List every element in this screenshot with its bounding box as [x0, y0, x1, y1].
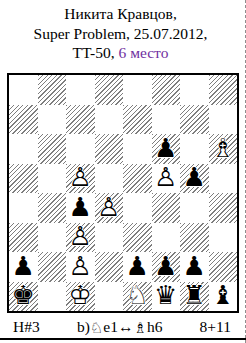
author-line: Никита Кравцов, — [0, 4, 241, 24]
square-b2[interactable] — [38, 252, 67, 282]
square-c4[interactable]: ♟ — [66, 193, 95, 223]
black-king-icon: ♚ — [12, 282, 35, 308]
piece-black-pawn: ♟ — [180, 252, 209, 282]
square-b7[interactable] — [38, 105, 67, 135]
square-d2[interactable] — [95, 252, 124, 282]
square-c5[interactable]: ♟♙ — [66, 164, 95, 194]
white-pawn-icon: ♙ — [154, 164, 177, 190]
square-a1[interactable]: ♚ — [9, 282, 38, 312]
white-pawn-icon: ♙ — [69, 253, 92, 279]
square-f5[interactable]: ♟♙ — [152, 164, 181, 194]
black-queen-icon: ♛ — [154, 282, 177, 308]
white-king-icon: ♔ — [69, 282, 92, 308]
piece-white-pawn: ♟♙ — [152, 164, 181, 194]
black-pawn-icon: ♟ — [154, 253, 177, 279]
black-pawn-icon: ♟ — [183, 253, 206, 279]
square-d5[interactable] — [95, 164, 124, 194]
square-d3[interactable] — [95, 223, 124, 253]
square-h5[interactable] — [209, 164, 238, 194]
black-pawn-icon: ♟ — [183, 164, 206, 190]
chessboard: ♟♝♗♟♙♟♙♟♟♟♙♟♙♟♟♙♟♟♟♚♚♔♞♘♛♜♝ — [7, 73, 239, 313]
square-a6[interactable] — [9, 134, 38, 164]
square-e8[interactable] — [123, 75, 152, 105]
white-pawn-icon: ♙ — [97, 194, 120, 220]
problem-header: Никита Кравцов, Super Problem, 25.07.201… — [0, 4, 241, 63]
twin-to-square: h6 — [147, 317, 163, 337]
square-a4[interactable] — [9, 193, 38, 223]
square-g1[interactable]: ♜ — [180, 282, 209, 312]
square-h2[interactable] — [209, 252, 238, 282]
piece-white-pawn: ♟♙ — [66, 164, 95, 194]
square-g3[interactable] — [180, 223, 209, 253]
swap-arrow-icon: ↔ — [118, 317, 134, 337]
square-d7[interactable] — [95, 105, 124, 135]
black-pawn-icon: ♟ — [154, 135, 177, 161]
piece-white-pawn: ♟♙ — [66, 223, 95, 253]
square-c1[interactable]: ♚♔ — [66, 282, 95, 312]
square-a8[interactable] — [9, 75, 38, 105]
square-f1[interactable]: ♛ — [152, 282, 181, 312]
piece-black-bishop: ♝ — [209, 282, 238, 312]
piece-black-pawn: ♟ — [9, 252, 38, 282]
square-b6[interactable] — [38, 134, 67, 164]
square-g2[interactable]: ♟ — [180, 252, 209, 282]
piece-white-pawn: ♟♙ — [95, 193, 124, 223]
twin-condition: b)♘e1↔♗h6 — [77, 317, 162, 337]
square-e4[interactable] — [123, 193, 152, 223]
material-count: 8+11 — [200, 317, 231, 337]
square-c8[interactable] — [66, 75, 95, 105]
piece-black-pawn: ♟ — [152, 252, 181, 282]
square-a7[interactable] — [9, 105, 38, 135]
white-knight-icon: ♘ — [126, 282, 149, 308]
square-b3[interactable] — [38, 223, 67, 253]
square-b8[interactable] — [38, 75, 67, 105]
piece-black-rook: ♜ — [180, 282, 209, 312]
stipulation: H#3 — [13, 317, 40, 337]
square-d4[interactable]: ♟♙ — [95, 193, 124, 223]
tourney-line: TT-50, 6 место — [0, 43, 241, 63]
black-rook-icon: ♜ — [183, 282, 206, 308]
placement-accent: 6 место — [119, 44, 169, 61]
twin-from-square: e1 — [103, 317, 118, 337]
tourney-name: TT-50, — [73, 44, 119, 61]
square-f6[interactable]: ♟ — [152, 134, 181, 164]
black-pawn-icon: ♟ — [12, 253, 35, 279]
source-line: Super Problem, 25.07.2012, — [0, 24, 241, 44]
square-c7[interactable] — [66, 105, 95, 135]
square-g8[interactable] — [180, 75, 209, 105]
square-g4[interactable] — [180, 193, 209, 223]
square-f8[interactable] — [152, 75, 181, 105]
black-bishop-icon: ♝ — [211, 282, 234, 308]
piece-black-pawn: ♟ — [180, 164, 209, 194]
square-e5[interactable] — [123, 164, 152, 194]
stipulation-caption: H#3 b)♘e1↔♗h6 8+11 — [0, 317, 239, 337]
square-h3[interactable] — [209, 223, 238, 253]
square-c6[interactable] — [66, 134, 95, 164]
square-e2[interactable]: ♟ — [123, 252, 152, 282]
square-g6[interactable] — [180, 134, 209, 164]
square-h6[interactable]: ♝♗ — [209, 134, 238, 164]
piece-white-bishop: ♝♗ — [209, 134, 238, 164]
square-a2[interactable]: ♟ — [9, 252, 38, 282]
square-e7[interactable] — [123, 105, 152, 135]
square-f3[interactable] — [152, 223, 181, 253]
black-pawn-icon: ♟ — [126, 253, 149, 279]
piece-black-pawn: ♟ — [152, 134, 181, 164]
white-bishop-icon: ♗ — [211, 135, 234, 161]
piece-white-king: ♚♔ — [66, 282, 95, 312]
square-a3[interactable] — [9, 223, 38, 253]
square-f4[interactable] — [152, 193, 181, 223]
square-b5[interactable] — [38, 164, 67, 194]
square-h4[interactable] — [209, 193, 238, 223]
square-e3[interactable] — [123, 223, 152, 253]
square-d8[interactable] — [95, 75, 124, 105]
square-e1[interactable]: ♞♘ — [123, 282, 152, 312]
square-b4[interactable] — [38, 193, 67, 223]
square-h1[interactable]: ♝ — [209, 282, 238, 312]
square-g7[interactable] — [180, 105, 209, 135]
square-a5[interactable] — [9, 164, 38, 194]
twin-prefix: b) — [77, 317, 90, 337]
piece-black-pawn: ♟ — [123, 252, 152, 282]
piece-black-king: ♚ — [9, 282, 38, 312]
square-g5[interactable]: ♟ — [180, 164, 209, 194]
square-h7[interactable] — [209, 105, 238, 135]
square-e6[interactable] — [123, 134, 152, 164]
square-c3[interactable]: ♟♙ — [66, 223, 95, 253]
document-cell: Никита Кравцов, Super Problem, 25.07.201… — [0, 0, 246, 343]
bishop-figurine-icon: ♗ — [133, 318, 146, 338]
square-d1[interactable] — [95, 282, 124, 312]
white-pawn-icon: ♙ — [69, 223, 92, 249]
piece-black-queen: ♛ — [152, 282, 181, 312]
white-pawn-icon: ♙ — [69, 164, 92, 190]
square-f7[interactable] — [152, 105, 181, 135]
square-h8[interactable] — [209, 75, 238, 105]
square-d6[interactable] — [95, 134, 124, 164]
square-c2[interactable]: ♟♙ — [66, 252, 95, 282]
square-b1[interactable] — [38, 282, 67, 312]
knight-figurine-icon: ♘ — [90, 318, 103, 338]
piece-black-pawn: ♟ — [66, 193, 95, 223]
square-f2[interactable]: ♟ — [152, 252, 181, 282]
bottom-divider — [0, 338, 246, 340]
black-pawn-icon: ♟ — [69, 194, 92, 220]
piece-white-pawn: ♟♙ — [66, 252, 95, 282]
piece-white-knight: ♞♘ — [123, 282, 152, 312]
